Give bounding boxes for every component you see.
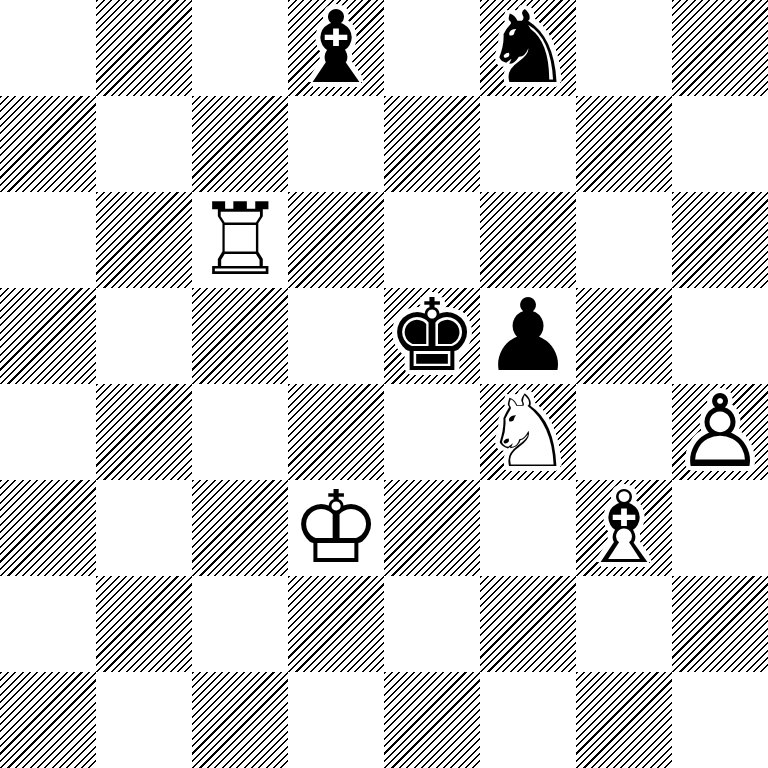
square-g1[interactable]: [576, 672, 672, 768]
piece-white-knight[interactable]: ♞♘: [480, 384, 576, 480]
white-rook-icon: ♖: [192, 192, 288, 288]
square-c7[interactable]: [192, 96, 288, 192]
square-c4[interactable]: [192, 384, 288, 480]
square-g4[interactable]: [576, 384, 672, 480]
square-d3[interactable]: ♚♔: [288, 480, 384, 576]
piece-white-pawn[interactable]: ♟♙: [672, 384, 768, 480]
square-c8[interactable]: [192, 0, 288, 96]
white-king-fill: ♚: [288, 480, 384, 576]
square-e3[interactable]: [384, 480, 480, 576]
white-rook-fill: ♜: [192, 192, 288, 288]
square-f4[interactable]: ♞♘: [480, 384, 576, 480]
square-d5[interactable]: [288, 288, 384, 384]
black-bishop-icon: ♝: [288, 0, 384, 96]
square-b7[interactable]: [96, 96, 192, 192]
square-e8[interactable]: [384, 0, 480, 96]
piece-black-knight[interactable]: ♞: [480, 0, 576, 96]
square-h3[interactable]: [672, 480, 768, 576]
square-c2[interactable]: [192, 576, 288, 672]
square-b6[interactable]: [96, 192, 192, 288]
square-h2[interactable]: [672, 576, 768, 672]
piece-black-pawn[interactable]: ♟: [480, 288, 576, 384]
square-h7[interactable]: [672, 96, 768, 192]
square-a6[interactable]: [0, 192, 96, 288]
square-d8[interactable]: ♝: [288, 0, 384, 96]
square-e5[interactable]: ♚: [384, 288, 480, 384]
square-d6[interactable]: [288, 192, 384, 288]
white-bishop-fill: ♝: [576, 480, 672, 576]
piece-white-rook[interactable]: ♜♖: [192, 192, 288, 288]
square-c6[interactable]: ♜♖: [192, 192, 288, 288]
square-d4[interactable]: [288, 384, 384, 480]
square-h5[interactable]: [672, 288, 768, 384]
square-b5[interactable]: [96, 288, 192, 384]
square-g2[interactable]: [576, 576, 672, 672]
square-g5[interactable]: [576, 288, 672, 384]
square-d7[interactable]: [288, 96, 384, 192]
black-pawn-icon: ♟: [480, 288, 576, 384]
square-b3[interactable]: [96, 480, 192, 576]
piece-black-bishop[interactable]: ♝: [288, 0, 384, 96]
white-bishop-icon: ♗: [576, 480, 672, 576]
square-f6[interactable]: [480, 192, 576, 288]
square-f3[interactable]: [480, 480, 576, 576]
square-f5[interactable]: ♟: [480, 288, 576, 384]
white-pawn-icon: ♙: [672, 384, 768, 480]
square-h6[interactable]: [672, 192, 768, 288]
white-knight-icon: ♘: [480, 384, 576, 480]
square-b2[interactable]: [96, 576, 192, 672]
square-a5[interactable]: [0, 288, 96, 384]
square-d1[interactable]: [288, 672, 384, 768]
square-h4[interactable]: ♟♙: [672, 384, 768, 480]
piece-white-king[interactable]: ♚♔: [288, 480, 384, 576]
black-king-icon: ♚: [384, 288, 480, 384]
square-g6[interactable]: [576, 192, 672, 288]
square-g3[interactable]: ♝♗: [576, 480, 672, 576]
square-f8[interactable]: ♞: [480, 0, 576, 96]
white-king-icon: ♔: [288, 480, 384, 576]
square-e7[interactable]: [384, 96, 480, 192]
piece-white-bishop[interactable]: ♝♗: [576, 480, 672, 576]
square-d2[interactable]: [288, 576, 384, 672]
white-knight-fill: ♞: [480, 384, 576, 480]
square-a8[interactable]: [0, 0, 96, 96]
square-a1[interactable]: [0, 672, 96, 768]
square-h8[interactable]: [672, 0, 768, 96]
square-b8[interactable]: [96, 0, 192, 96]
square-f1[interactable]: [480, 672, 576, 768]
square-f7[interactable]: [480, 96, 576, 192]
square-a4[interactable]: [0, 384, 96, 480]
black-knight-icon: ♞: [480, 0, 576, 96]
square-a3[interactable]: [0, 480, 96, 576]
square-c1[interactable]: [192, 672, 288, 768]
square-g7[interactable]: [576, 96, 672, 192]
piece-black-king[interactable]: ♚: [384, 288, 480, 384]
square-e2[interactable]: [384, 576, 480, 672]
square-b1[interactable]: [96, 672, 192, 768]
square-a7[interactable]: [0, 96, 96, 192]
square-a2[interactable]: [0, 576, 96, 672]
chess-board: ♝♞♜♖♚♟♞♘♟♙♚♔♝♗: [0, 0, 768, 768]
square-g8[interactable]: [576, 0, 672, 96]
white-pawn-fill: ♟: [672, 384, 768, 480]
square-c5[interactable]: [192, 288, 288, 384]
square-f2[interactable]: [480, 576, 576, 672]
square-c3[interactable]: [192, 480, 288, 576]
square-e1[interactable]: [384, 672, 480, 768]
square-b4[interactable]: [96, 384, 192, 480]
square-e6[interactable]: [384, 192, 480, 288]
square-h1[interactable]: [672, 672, 768, 768]
square-e4[interactable]: [384, 384, 480, 480]
